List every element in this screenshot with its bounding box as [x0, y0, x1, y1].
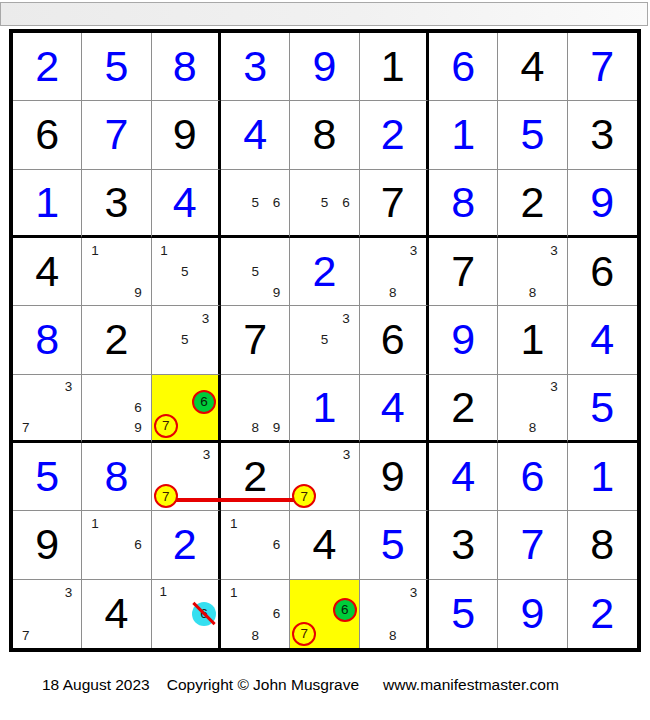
candidate-3: 3 — [195, 308, 216, 329]
candidate-1: 1 — [84, 513, 105, 534]
cell-r2c8[interactable]: 5 — [498, 101, 567, 169]
candidate-grid: 15 — [154, 240, 216, 303]
candidate-6: 6 — [266, 534, 287, 555]
given-digit: 2 — [498, 170, 566, 235]
cell-r4c7[interactable]: 7 — [429, 238, 498, 306]
candidate-grid: 37 — [292, 445, 356, 508]
cell-r1c5[interactable]: 9 — [290, 33, 359, 101]
candidate-8: 8 — [244, 625, 265, 646]
given-digit: 1 — [360, 33, 426, 100]
cell-r7c2[interactable]: 8 — [82, 443, 151, 511]
given-digit: 6 — [360, 306, 426, 373]
solved-digit: 4 — [568, 306, 637, 373]
candidate-6: 6 — [127, 397, 148, 417]
cell-r2c3[interactable]: 9 — [152, 101, 221, 169]
candidate-1: 1 — [154, 240, 175, 261]
cell-r7c5[interactable]: 37 — [290, 443, 359, 511]
given-digit: 9 — [13, 511, 81, 578]
cell-r4c2[interactable]: 19 — [82, 238, 151, 306]
candidate-1: 1 — [84, 240, 105, 261]
cell-r2c5[interactable]: 8 — [290, 101, 359, 169]
solved-digit: 7 — [82, 101, 150, 168]
cell-r6c1[interactable]: 37 — [13, 375, 82, 443]
solved-digit: 5 — [568, 375, 637, 440]
candidate-5: 5 — [174, 329, 195, 350]
cell-r6c7[interactable]: 2 — [429, 375, 498, 443]
given-digit: 7 — [429, 238, 497, 305]
cell-r2c6[interactable]: 2 — [360, 101, 429, 169]
candidate-3: 3 — [335, 308, 356, 329]
candidate-9: 9 — [127, 282, 148, 303]
candidate-7: 7 — [15, 418, 36, 438]
cell-r4c1[interactable]: 4 — [13, 238, 82, 306]
solved-digit: 6 — [429, 33, 497, 100]
solved-digit: 1 — [13, 170, 81, 235]
candidate-8: 8 — [522, 282, 543, 303]
cell-r5c2[interactable]: 2 — [82, 306, 151, 374]
candidate-grid: 69 — [84, 377, 148, 438]
solved-digit: 5 — [13, 443, 81, 510]
candidate-grid: 56 — [223, 172, 287, 233]
candidate-1: 1 — [223, 513, 244, 534]
candidate-grid: 38 — [362, 240, 424, 303]
given-digit: 3 — [82, 170, 150, 235]
cell-r1c8[interactable]: 4 — [498, 33, 567, 101]
candidate-6-cyan-eliminated: 6 — [192, 602, 216, 626]
candidate-grid: 89 — [223, 377, 287, 438]
cell-r2c7[interactable]: 1 — [429, 101, 498, 169]
solved-digit: 2 — [152, 511, 218, 578]
candidate-7-red-circle: 7 — [154, 414, 178, 438]
footer-spacer — [150, 676, 167, 694]
cell-r9c2[interactable]: 4 — [82, 580, 151, 648]
cell-r8c5[interactable]: 4 — [290, 511, 359, 579]
cell-r8c9[interactable]: 8 — [568, 511, 637, 579]
candidate-1: 1 — [154, 582, 173, 602]
footer: 18 August 2023 Copyright © John Musgrave… — [42, 676, 559, 694]
cell-r9c8[interactable]: 9 — [498, 580, 567, 648]
window-top-bar — [0, 2, 648, 26]
candidate-8: 8 — [522, 418, 543, 438]
candidate-grid: 67 — [154, 377, 216, 438]
cell-r7c1[interactable]: 5 — [13, 443, 82, 511]
cell-r7c6[interactable]: 9 — [360, 443, 429, 511]
cell-r5c3[interactable]: 35 — [152, 306, 221, 374]
cell-r4c5[interactable]: 2 — [290, 238, 359, 306]
cell-r4c9[interactable]: 6 — [568, 238, 637, 306]
cell-r9c7[interactable]: 5 — [429, 580, 498, 648]
solved-digit: 4 — [152, 170, 218, 235]
cell-r9c4[interactable]: 168 — [221, 580, 290, 648]
footer-spacer — [359, 676, 383, 694]
solved-digit: 1 — [568, 443, 637, 510]
solved-digit: 5 — [360, 511, 426, 578]
cell-r5c6[interactable]: 6 — [360, 306, 429, 374]
candidate-9: 9 — [266, 418, 287, 438]
cell-r3c5[interactable]: 56 — [290, 170, 359, 238]
cell-r8c3[interactable]: 2 — [152, 511, 221, 579]
cell-r3c4[interactable]: 56 — [221, 170, 290, 238]
cell-r5c4[interactable]: 7 — [221, 306, 290, 374]
solved-digit: 4 — [221, 101, 289, 168]
candidate-grid: 38 — [500, 240, 564, 303]
solved-digit: 3 — [221, 33, 289, 100]
cell-r5c7[interactable]: 9 — [429, 306, 498, 374]
cell-r9c3[interactable]: 16 — [152, 580, 221, 648]
candidate-7: 7 — [15, 625, 36, 646]
candidate-6: 6 — [266, 192, 287, 212]
candidate-3: 3 — [403, 582, 424, 603]
candidate-grid: 38 — [500, 377, 564, 438]
candidate-6-green-circle: 6 — [192, 390, 216, 414]
given-digit: 9 — [360, 443, 426, 510]
candidate-grid: 67 — [292, 582, 356, 646]
cell-r3c1[interactable]: 1 — [13, 170, 82, 238]
solved-digit: 2 — [568, 580, 637, 648]
footer-date: 18 August 2023 — [42, 676, 150, 694]
candidate-8: 8 — [382, 625, 403, 646]
cell-r9c5[interactable]: 67 — [290, 580, 359, 648]
cell-r5c1[interactable]: 8 — [13, 306, 82, 374]
candidate-5: 5 — [174, 261, 195, 282]
cell-r2c2[interactable]: 7 — [82, 101, 151, 169]
given-digit: 6 — [13, 101, 81, 168]
candidate-grid: 35 — [154, 308, 216, 371]
candidate-7-red-circle: 7 — [292, 622, 316, 646]
solved-digit: 8 — [82, 443, 150, 510]
candidate-3: 3 — [197, 445, 216, 465]
footer-copyright: Copyright © John Musgrave — [167, 676, 359, 694]
candidate-5: 5 — [244, 192, 265, 212]
cell-r8c8[interactable]: 7 — [498, 511, 567, 579]
cell-r3c9[interactable]: 9 — [568, 170, 637, 238]
solved-digit: 8 — [429, 170, 497, 235]
given-digit: 3 — [429, 511, 497, 578]
board-wrap: 2583916476794821531345656782941915592387… — [9, 29, 641, 652]
given-digit: 2 — [82, 306, 150, 373]
cell-r6c4[interactable]: 89 — [221, 375, 290, 443]
cell-r8c1[interactable]: 9 — [13, 511, 82, 579]
cell-r1c2[interactable]: 5 — [82, 33, 151, 101]
candidate-grid: 37 — [15, 582, 79, 646]
solved-digit: 4 — [429, 443, 497, 510]
solved-digit: 7 — [568, 33, 637, 100]
candidate-3: 3 — [403, 240, 424, 261]
given-digit: 9 — [152, 101, 218, 168]
cell-r3c8[interactable]: 2 — [498, 170, 567, 238]
given-digit: 8 — [568, 511, 637, 578]
cell-r1c9[interactable]: 7 — [568, 33, 637, 101]
candidate-3: 3 — [58, 582, 79, 603]
solved-digit: 1 — [429, 101, 497, 168]
cell-r9c6[interactable]: 38 — [360, 580, 429, 648]
candidate-9: 9 — [266, 282, 287, 303]
candidate-1: 1 — [223, 582, 244, 603]
candidate-6: 6 — [335, 192, 356, 212]
solved-digit: 8 — [13, 306, 81, 373]
cell-r6c2[interactable]: 69 — [82, 375, 151, 443]
candidate-grid: 38 — [362, 582, 424, 646]
candidate-8: 8 — [382, 282, 403, 303]
candidate-6: 6 — [266, 603, 287, 624]
cell-r6c9[interactable]: 5 — [568, 375, 637, 443]
cell-r2c1[interactable]: 6 — [13, 101, 82, 169]
candidate-grid: 16 — [223, 513, 287, 576]
cell-r4c8[interactable]: 38 — [498, 238, 567, 306]
candidate-5: 5 — [244, 261, 265, 282]
solved-digit: 1 — [290, 375, 358, 440]
candidate-grid: 168 — [223, 582, 287, 646]
cell-r3c2[interactable]: 3 — [82, 170, 151, 238]
given-digit: 4 — [13, 238, 81, 305]
solved-digit: 2 — [360, 101, 426, 168]
cell-r9c1[interactable]: 37 — [13, 580, 82, 648]
cell-r1c6[interactable]: 1 — [360, 33, 429, 101]
cell-r7c9[interactable]: 1 — [568, 443, 637, 511]
candidate-8: 8 — [244, 418, 265, 438]
candidate-7-red-circle: 7 — [292, 484, 316, 508]
solved-digit: 9 — [290, 33, 358, 100]
chain-link-line — [170, 498, 309, 502]
cell-r1c7[interactable]: 6 — [429, 33, 498, 101]
cell-r7c7[interactable]: 4 — [429, 443, 498, 511]
cell-r8c7[interactable]: 3 — [429, 511, 498, 579]
candidate-grid: 16 — [84, 513, 148, 576]
cell-r1c3[interactable]: 8 — [152, 33, 221, 101]
footer-website[interactable]: www.manifestmaster.com — [383, 676, 559, 694]
candidate-5: 5 — [314, 329, 335, 350]
given-digit: 1 — [498, 306, 566, 373]
candidate-3: 3 — [543, 377, 564, 397]
given-digit: 8 — [290, 101, 358, 168]
given-digit: 2 — [429, 375, 497, 440]
cell-r6c8[interactable]: 38 — [498, 375, 567, 443]
candidate-3: 3 — [58, 377, 79, 397]
solved-digit: 2 — [13, 33, 81, 100]
cell-r2c9[interactable]: 3 — [568, 101, 637, 169]
candidate-grid: 56 — [292, 172, 356, 233]
candidate-3: 3 — [336, 445, 356, 465]
solved-digit: 5 — [82, 33, 150, 100]
solved-digit: 9 — [498, 580, 566, 648]
given-digit: 7 — [221, 306, 289, 373]
solved-digit: 9 — [568, 170, 637, 235]
given-digit: 4 — [82, 580, 150, 648]
cell-r3c3[interactable]: 4 — [152, 170, 221, 238]
cell-r5c5[interactable]: 35 — [290, 306, 359, 374]
candidate-9: 9 — [127, 418, 148, 438]
sudoku-board: 2583916476794821531345656782941915592387… — [13, 33, 637, 648]
cell-r6c5[interactable]: 1 — [290, 375, 359, 443]
candidate-3: 3 — [543, 240, 564, 261]
cell-r8c2[interactable]: 16 — [82, 511, 151, 579]
cell-r7c8[interactable]: 6 — [498, 443, 567, 511]
given-digit: 7 — [360, 170, 426, 235]
cell-r5c8[interactable]: 1 — [498, 306, 567, 374]
solved-digit: 2 — [290, 238, 358, 305]
candidate-6-green-circle: 6 — [333, 598, 357, 622]
cell-r4c3[interactable]: 15 — [152, 238, 221, 306]
candidate-7-red-circle: 7 — [154, 484, 178, 508]
cell-r4c4[interactable]: 59 — [221, 238, 290, 306]
cell-r2c4[interactable]: 4 — [221, 101, 290, 169]
candidate-grid: 37 — [15, 377, 79, 438]
cell-r4c6[interactable]: 38 — [360, 238, 429, 306]
cell-r5c9[interactable]: 4 — [568, 306, 637, 374]
cell-r1c4[interactable]: 3 — [221, 33, 290, 101]
given-digit: 3 — [568, 101, 637, 168]
solved-digit: 9 — [429, 306, 497, 373]
solved-digit: 5 — [498, 101, 566, 168]
candidate-grid: 35 — [292, 308, 356, 371]
cell-r1c1[interactable]: 2 — [13, 33, 82, 101]
given-digit: 4 — [498, 33, 566, 100]
solved-digit: 8 — [152, 33, 218, 100]
cell-r8c6[interactable]: 5 — [360, 511, 429, 579]
candidate-grid: 59 — [223, 240, 287, 303]
candidate-6: 6 — [127, 534, 148, 555]
cell-r8c4[interactable]: 16 — [221, 511, 290, 579]
solved-digit: 7 — [498, 511, 566, 578]
cell-r9c9[interactable]: 2 — [568, 580, 637, 648]
cell-r6c3[interactable]: 67 — [152, 375, 221, 443]
solved-digit: 5 — [429, 580, 497, 648]
cell-r3c6[interactable]: 7 — [360, 170, 429, 238]
cell-r3c7[interactable]: 8 — [429, 170, 498, 238]
cell-r6c6[interactable]: 4 — [360, 375, 429, 443]
solved-digit: 4 — [360, 375, 426, 440]
given-digit: 6 — [568, 238, 637, 305]
given-digit: 4 — [290, 511, 358, 578]
candidate-grid: 19 — [84, 240, 148, 303]
solved-digit: 6 — [498, 443, 566, 510]
candidate-5: 5 — [314, 192, 335, 212]
candidate-grid: 16 — [154, 582, 216, 646]
